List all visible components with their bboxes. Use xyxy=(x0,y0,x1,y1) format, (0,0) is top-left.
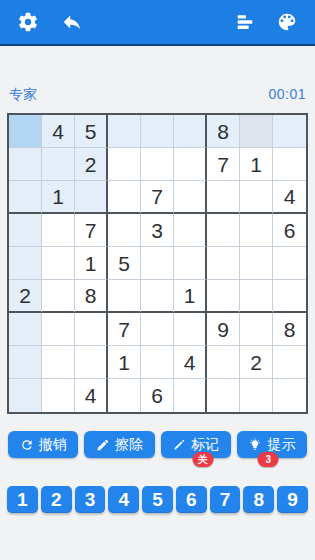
sudoku-cell-r2c8[interactable]: 1 xyxy=(240,148,273,181)
sudoku-cell-r3c2[interactable]: 1 xyxy=(42,181,75,214)
sudoku-cell-r6c7[interactable] xyxy=(207,280,240,313)
sudoku-board: 4582711747361528179814246 xyxy=(7,113,308,414)
sudoku-cell-r2c6[interactable] xyxy=(174,148,207,181)
sudoku-cell-r8c4[interactable]: 1 xyxy=(108,346,141,379)
top-app-bar xyxy=(0,0,315,46)
sudoku-cell-r6c6[interactable]: 1 xyxy=(174,280,207,313)
stats-icon[interactable] xyxy=(233,10,257,34)
sudoku-cell-r1c7[interactable]: 8 xyxy=(207,115,240,148)
numkey-3[interactable]: 3 xyxy=(75,486,106,513)
erase-button[interactable]: 擦除 xyxy=(84,431,154,458)
sudoku-cell-r4c7[interactable] xyxy=(207,214,240,247)
toolbar: 撤销 擦除 标记 关 提示 3 xyxy=(8,431,307,458)
sudoku-cell-r5c2[interactable] xyxy=(42,247,75,280)
bulb-icon xyxy=(248,438,262,452)
sudoku-cell-r6c1[interactable]: 2 xyxy=(9,280,42,313)
undo-label: 撤销 xyxy=(39,436,67,454)
sudoku-cell-r2c3[interactable]: 2 xyxy=(75,148,108,181)
sudoku-cell-r2c2[interactable] xyxy=(42,148,75,181)
sudoku-cell-r4c5[interactable]: 3 xyxy=(141,214,174,247)
sudoku-cell-r8c5[interactable] xyxy=(141,346,174,379)
sudoku-cell-r4c6[interactable] xyxy=(174,214,207,247)
undo-button[interactable]: 撤销 xyxy=(8,431,78,458)
hint-button[interactable]: 提示 3 xyxy=(237,431,307,458)
sudoku-cell-r2c5[interactable] xyxy=(141,148,174,181)
pen-icon xyxy=(172,438,186,452)
numkey-9[interactable]: 9 xyxy=(277,486,308,513)
back-arrow-icon[interactable] xyxy=(60,10,84,34)
sudoku-cell-r7c7[interactable]: 9 xyxy=(207,313,240,346)
sudoku-cell-r4c8[interactable] xyxy=(240,214,273,247)
sudoku-cell-r7c5[interactable] xyxy=(141,313,174,346)
sudoku-cell-r1c4[interactable] xyxy=(108,115,141,148)
numkey-1[interactable]: 1 xyxy=(7,486,38,513)
sudoku-cell-r1c8[interactable] xyxy=(240,115,273,148)
sudoku-cell-r7c8[interactable] xyxy=(240,313,273,346)
hint-count-badge: 3 xyxy=(258,452,279,467)
sudoku-cell-r3c4[interactable] xyxy=(108,181,141,214)
sudoku-cell-r6c2[interactable] xyxy=(42,280,75,313)
palette-icon[interactable] xyxy=(275,10,299,34)
status-row: 专家 00:01 xyxy=(9,86,306,104)
settings-gear-icon[interactable] xyxy=(16,10,40,34)
sudoku-cell-r5c6[interactable] xyxy=(174,247,207,280)
mark-off-badge: 关 xyxy=(192,452,213,467)
number-pad: 1 2 3 4 5 6 7 8 9 xyxy=(7,486,308,513)
sudoku-cell-r3c9[interactable]: 4 xyxy=(273,181,306,214)
sudoku-cell-r7c1[interactable] xyxy=(9,313,42,346)
sudoku-cell-r1c6[interactable] xyxy=(174,115,207,148)
sudoku-cell-r5c4[interactable]: 5 xyxy=(108,247,141,280)
sudoku-cell-r5c1[interactable] xyxy=(9,247,42,280)
numkey-2[interactable]: 2 xyxy=(41,486,72,513)
sudoku-cell-r1c1[interactable] xyxy=(9,115,42,148)
erase-label: 擦除 xyxy=(115,436,143,454)
numkey-4[interactable]: 4 xyxy=(108,486,139,513)
sudoku-cell-r7c9[interactable]: 8 xyxy=(273,313,306,346)
sudoku-cell-r6c9[interactable] xyxy=(273,280,306,313)
sudoku-cell-r9c2[interactable] xyxy=(42,379,75,412)
sudoku-cell-r4c4[interactable] xyxy=(108,214,141,247)
sudoku-cell-r4c1[interactable] xyxy=(9,214,42,247)
sudoku-cell-r6c4[interactable] xyxy=(108,280,141,313)
sudoku-cell-r8c7[interactable] xyxy=(207,346,240,379)
numkey-7[interactable]: 7 xyxy=(210,486,241,513)
sudoku-cell-r3c7[interactable] xyxy=(207,181,240,214)
sudoku-cell-r3c6[interactable] xyxy=(174,181,207,214)
sudoku-cell-r1c9[interactable] xyxy=(273,115,306,148)
sudoku-cell-r3c1[interactable] xyxy=(9,181,42,214)
sudoku-cell-r8c6[interactable]: 4 xyxy=(174,346,207,379)
sudoku-cell-r1c3[interactable]: 5 xyxy=(75,115,108,148)
sudoku-cell-r6c8[interactable] xyxy=(240,280,273,313)
sudoku-cell-r3c8[interactable] xyxy=(240,181,273,214)
sudoku-cell-r8c8[interactable]: 2 xyxy=(240,346,273,379)
sudoku-cell-r9c6[interactable] xyxy=(174,379,207,412)
sudoku-cell-r5c9[interactable] xyxy=(273,247,306,280)
eraser-icon xyxy=(96,438,110,452)
sudoku-cell-r9c1[interactable] xyxy=(9,379,42,412)
sudoku-cell-r1c2[interactable]: 4 xyxy=(42,115,75,148)
sudoku-cell-r8c2[interactable] xyxy=(42,346,75,379)
sudoku-cell-r8c1[interactable] xyxy=(9,346,42,379)
undo-icon xyxy=(20,438,34,452)
sudoku-cell-r5c5[interactable] xyxy=(141,247,174,280)
sudoku-cell-r9c7[interactable] xyxy=(207,379,240,412)
sudoku-cell-r7c4[interactable]: 7 xyxy=(108,313,141,346)
sudoku-cell-r8c9[interactable] xyxy=(273,346,306,379)
hint-label: 提示 xyxy=(267,436,295,454)
numkey-5[interactable]: 5 xyxy=(142,486,173,513)
sudoku-cell-r3c5[interactable]: 7 xyxy=(141,181,174,214)
mark-label: 标记 xyxy=(191,436,219,454)
sudoku-cell-r2c7[interactable]: 7 xyxy=(207,148,240,181)
sudoku-cell-r6c3[interactable]: 8 xyxy=(75,280,108,313)
sudoku-cell-r5c8[interactable] xyxy=(240,247,273,280)
sudoku-cell-r7c3[interactable] xyxy=(75,313,108,346)
sudoku-cell-r2c4[interactable] xyxy=(108,148,141,181)
sudoku-cell-r6c5[interactable] xyxy=(141,280,174,313)
sudoku-cell-r5c7[interactable] xyxy=(207,247,240,280)
sudoku-cell-r4c2[interactable] xyxy=(42,214,75,247)
sudoku-cell-r3c3[interactable] xyxy=(75,181,108,214)
sudoku-cell-r2c1[interactable] xyxy=(9,148,42,181)
sudoku-cell-r5c3[interactable]: 1 xyxy=(75,247,108,280)
sudoku-cell-r4c3[interactable]: 7 xyxy=(75,214,108,247)
sudoku-cell-r7c6[interactable] xyxy=(174,313,207,346)
sudoku-cell-r2c9[interactable] xyxy=(273,148,306,181)
sudoku-cell-r9c4[interactable] xyxy=(108,379,141,412)
sudoku-cell-r9c5[interactable]: 6 xyxy=(141,379,174,412)
sudoku-cell-r9c9[interactable] xyxy=(273,379,306,412)
sudoku-cell-r9c3[interactable]: 4 xyxy=(75,379,108,412)
timer: 00:01 xyxy=(268,86,306,102)
sudoku-cell-r4c9[interactable]: 6 xyxy=(273,214,306,247)
sudoku-cell-r9c8[interactable] xyxy=(240,379,273,412)
sudoku-cell-r7c2[interactable] xyxy=(42,313,75,346)
numkey-8[interactable]: 8 xyxy=(243,486,274,513)
mark-button[interactable]: 标记 关 xyxy=(161,431,231,458)
sudoku-cell-r8c3[interactable] xyxy=(75,346,108,379)
sudoku-cell-r1c5[interactable] xyxy=(141,115,174,148)
numkey-6[interactable]: 6 xyxy=(176,486,207,513)
difficulty-label: 专家 xyxy=(9,86,37,104)
